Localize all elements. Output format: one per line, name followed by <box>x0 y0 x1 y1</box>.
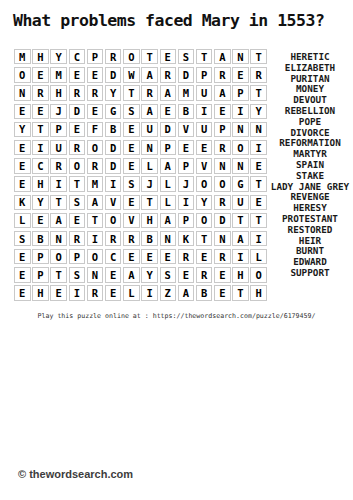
grid-cell: R <box>105 231 122 246</box>
grid-cell: E <box>123 140 140 155</box>
grid-cell: U <box>196 85 213 100</box>
grid-cell: U <box>141 122 158 137</box>
grid-cell: C <box>32 158 49 173</box>
grid-cell: I <box>196 104 213 119</box>
grid-cell: N <box>214 158 231 173</box>
grid-cell: E <box>87 104 104 119</box>
grid-cell: P <box>178 158 195 173</box>
word-list-item: LADY JANE GREY <box>271 182 349 191</box>
grid-cell: O <box>196 213 213 228</box>
word-list-item: BURNT <box>296 246 324 255</box>
grid-cell: E <box>160 249 177 264</box>
grid-cell: N <box>14 85 31 100</box>
grid-cell: Y <box>14 122 31 137</box>
grid-cell: A <box>214 49 231 64</box>
grid-cell: E <box>69 213 86 228</box>
grid-cell: L <box>14 213 31 228</box>
grid-cell: E <box>160 104 177 119</box>
word-list-item: HEIR <box>299 236 321 245</box>
grid-cell: U <box>196 122 213 137</box>
grid-cell: R <box>87 85 104 100</box>
grid-cell: E <box>214 104 231 119</box>
grid-cell: L <box>250 249 267 264</box>
grid-cell: Y <box>105 85 122 100</box>
grid-cell: L <box>160 176 177 191</box>
grid-cell: Y <box>141 267 158 282</box>
grid-cell: I <box>232 104 249 119</box>
grid-cell: H <box>50 85 67 100</box>
word-list-item: SPAIN <box>296 160 324 169</box>
grid-cell: R <box>87 285 104 300</box>
grid-cell: S <box>69 195 86 210</box>
grid-cell: R <box>123 231 140 246</box>
grid-cell: E <box>14 158 31 173</box>
grid-cell: E <box>14 176 31 191</box>
grid-cell: R <box>178 249 195 264</box>
grid-cell: O <box>105 213 122 228</box>
grid-cell: B <box>105 122 122 137</box>
grid-cell: A <box>123 267 140 282</box>
grid-cell: S <box>178 49 195 64</box>
grid-cell: B <box>141 231 158 246</box>
grid-cell: Y <box>196 195 213 210</box>
grid-cell: Y <box>250 104 267 119</box>
grid-cell: M <box>87 176 104 191</box>
grid-cell: E <box>69 122 86 137</box>
grid-cell: E <box>50 285 67 300</box>
grid-cell: O <box>214 176 231 191</box>
grid-cell: T <box>196 231 213 246</box>
grid-cell: R <box>214 195 231 210</box>
grid-cell: T <box>196 49 213 64</box>
grid-cell: P <box>69 249 86 264</box>
grid-cell: O <box>232 140 249 155</box>
word-list-item: REFORMATION <box>279 138 341 147</box>
grid-cell: V <box>178 122 195 137</box>
grid-cell: D <box>160 122 177 137</box>
grid-cell: N <box>50 231 67 246</box>
grid-cell: S <box>14 231 31 246</box>
grid-cell: O <box>14 67 31 82</box>
grid-cell: P <box>178 213 195 228</box>
grid-cell: N <box>232 158 249 173</box>
grid-cell: B <box>196 285 213 300</box>
grid-cell: V <box>196 158 213 173</box>
word-list-item: ELIZABETH <box>285 63 335 72</box>
word-list-item: STAKE <box>296 171 324 180</box>
word-list-item: REVENGE <box>290 192 329 201</box>
grid-cell: D <box>214 213 231 228</box>
grid-cell: O <box>69 158 86 173</box>
grid-cell: S <box>123 104 140 119</box>
grid-cell: E <box>214 285 231 300</box>
grid-cell: C <box>69 49 86 64</box>
word-search-page: What problems faced Mary in 1553? MHYCPR… <box>0 0 353 500</box>
grid-cell: E <box>196 249 213 264</box>
play-online-url[interactable]: Play this puzzle online at : https://the… <box>0 312 353 320</box>
grid-cell: O <box>250 267 267 282</box>
copyright-text: © thewordsearch.com <box>18 468 133 480</box>
grid-cell: H <box>250 285 267 300</box>
grid-cell: R <box>105 49 122 64</box>
grid-cell: G <box>232 176 249 191</box>
word-list-item: PURITAN <box>290 74 329 83</box>
grid-cell: R <box>50 158 67 173</box>
grid-cell: L <box>160 195 177 210</box>
grid-cell: T <box>50 195 67 210</box>
grid-cell: T <box>50 267 67 282</box>
grid-cell: O <box>87 249 104 264</box>
word-list-item: MONEY <box>296 84 324 93</box>
grid-cell: S <box>69 267 86 282</box>
grid-cell: I <box>232 249 249 264</box>
grid-cell: T <box>141 49 158 64</box>
grid-cell: T <box>232 285 249 300</box>
grid-cell: E <box>196 140 213 155</box>
grid-cell: F <box>87 122 104 137</box>
grid-cell: A <box>160 158 177 173</box>
word-list-item: MARTYR <box>293 149 327 158</box>
grid-cell: A <box>141 104 158 119</box>
grid-cell: N <box>250 122 267 137</box>
grid-cell: I <box>50 176 67 191</box>
grid-cell: R <box>250 67 267 82</box>
word-list-item: RESTORED <box>288 225 333 234</box>
grid-cell: G <box>105 104 122 119</box>
grid-cell: E <box>178 140 195 155</box>
grid-cell: L <box>123 285 140 300</box>
grid-cell: E <box>87 67 104 82</box>
grid-cell: L <box>141 158 158 173</box>
grid-cell: I <box>141 285 158 300</box>
grid-cell: A <box>50 213 67 228</box>
grid-cell: T <box>32 122 49 137</box>
puzzle-title: What problems faced Mary in 1553? <box>13 11 324 30</box>
word-list-item: HERESY <box>293 203 327 212</box>
grid-cell: I <box>178 195 195 210</box>
grid-cell: E <box>14 104 31 119</box>
grid-cell: T <box>123 85 140 100</box>
grid-cell: R <box>69 140 86 155</box>
word-list-item: PROTESTANT <box>282 214 338 223</box>
grid-cell: E <box>232 67 249 82</box>
word-list-item: HERETIC <box>290 52 329 61</box>
grid-cell: T <box>232 213 249 228</box>
grid-cell: E <box>250 195 267 210</box>
grid-cell: E <box>69 67 86 82</box>
grid-cell: R <box>32 85 49 100</box>
grid-cell: M <box>178 85 195 100</box>
grid-cell: E <box>123 158 140 173</box>
grid-cell: J <box>141 176 158 191</box>
grid-cell: A <box>141 67 158 82</box>
word-list-item: REBELLION <box>285 106 335 115</box>
grid-cell: I <box>32 140 49 155</box>
grid-cell: I <box>105 176 122 191</box>
grid-cell: P <box>214 122 231 137</box>
grid-cell: P <box>87 49 104 64</box>
grid-cell: J <box>178 176 195 191</box>
grid-cell: R <box>141 85 158 100</box>
grid-cell: E <box>14 140 31 155</box>
grid-cell: R <box>160 67 177 82</box>
grid-cell: S <box>123 176 140 191</box>
grid-cell: P <box>160 140 177 155</box>
grid-cell: P <box>232 85 249 100</box>
grid-cell: E <box>123 195 140 210</box>
grid-cell: T <box>250 176 267 191</box>
grid-cell: K <box>14 195 31 210</box>
grid-cell: E <box>141 249 158 264</box>
grid-cell: N <box>87 267 104 282</box>
grid-cell: A <box>160 85 177 100</box>
word-list-item: DEVOUT <box>293 95 327 104</box>
grid-cell: A <box>232 231 249 246</box>
grid-cell: R <box>69 85 86 100</box>
grid-cell: H <box>32 49 49 64</box>
grid-cell: P <box>32 249 49 264</box>
grid-cell: T <box>87 213 104 228</box>
grid-cell: A <box>87 195 104 210</box>
grid-cell: M <box>50 67 67 82</box>
grid-cell: V <box>105 195 122 210</box>
grid-cell: H <box>232 267 249 282</box>
grid-cell: A <box>160 213 177 228</box>
grid-cell: E <box>178 267 195 282</box>
grid-cell: R <box>69 231 86 246</box>
grid-cell: R <box>214 67 231 82</box>
grid-cell: A <box>214 85 231 100</box>
grid-cell: J <box>50 104 67 119</box>
grid-cell: E <box>14 249 31 264</box>
grid-cell: T <box>69 176 86 191</box>
grid-cell: B <box>178 104 195 119</box>
word-search-grid: MHYCPROTESTANTOEMEEDWARDPRERNRHRRYTRAMUA… <box>14 49 267 301</box>
grid-cell: E <box>105 285 122 300</box>
grid-cell: U <box>232 195 249 210</box>
grid-cell: E <box>32 67 49 82</box>
grid-cell: D <box>69 104 86 119</box>
grid-cell: E <box>105 267 122 282</box>
grid-cell: I <box>250 231 267 246</box>
grid-cell: P <box>32 267 49 282</box>
word-list-item: POPE <box>299 117 321 126</box>
grid-cell: E <box>123 249 140 264</box>
grid-cell: V <box>123 213 140 228</box>
grid-cell: U <box>50 140 67 155</box>
word-list-item: DIVORCE <box>290 128 329 137</box>
grid-cell: R <box>214 249 231 264</box>
grid-cell: O <box>123 49 140 64</box>
grid-cell: Y <box>50 49 67 64</box>
grid-cell: E <box>214 267 231 282</box>
grid-cell: I <box>87 231 104 246</box>
grid-cell: H <box>141 213 158 228</box>
grid-cell: E <box>160 49 177 64</box>
grid-cell: I <box>69 285 86 300</box>
word-list-item: EDWARD <box>293 257 327 266</box>
grid-cell: D <box>105 140 122 155</box>
grid-cell: R <box>87 158 104 173</box>
grid-cell: P <box>50 122 67 137</box>
grid-cell: E <box>32 104 49 119</box>
grid-cell: T <box>141 195 158 210</box>
grid-cell: E <box>250 158 267 173</box>
grid-cell: O <box>50 249 67 264</box>
grid-cell: H <box>32 176 49 191</box>
grid-cell: N <box>141 140 158 155</box>
grid-cell: E <box>32 213 49 228</box>
grid-cell: D <box>178 67 195 82</box>
grid-cell: C <box>105 249 122 264</box>
grid-cell: O <box>196 176 213 191</box>
word-list-item: SUPPORT <box>290 268 329 277</box>
grid-cell: O <box>87 140 104 155</box>
grid-cell: E <box>14 285 31 300</box>
grid-cell: D <box>105 67 122 82</box>
grid-cell: E <box>123 122 140 137</box>
grid-cell: K <box>178 231 195 246</box>
grid-cell: T <box>250 85 267 100</box>
grid-cell: W <box>123 67 140 82</box>
grid-cell: S <box>160 267 177 282</box>
grid-cell: P <box>196 67 213 82</box>
grid-cell: A <box>178 285 195 300</box>
grid-cell: B <box>32 231 49 246</box>
grid-cell: D <box>105 158 122 173</box>
grid-cell: E <box>14 267 31 282</box>
grid-cell: T <box>250 213 267 228</box>
grid-cell: H <box>32 285 49 300</box>
word-list: HERETICELIZABETHPURITANMONEYDEVOUTREBELL… <box>267 52 353 277</box>
grid-cell: N <box>160 231 177 246</box>
grid-cell: N <box>232 49 249 64</box>
grid-cell: R <box>214 140 231 155</box>
grid-cell: M <box>14 49 31 64</box>
grid-cell: T <box>250 49 267 64</box>
grid-cell: N <box>232 122 249 137</box>
grid-cell: I <box>250 140 267 155</box>
grid-cell: Y <box>32 195 49 210</box>
grid-cell: N <box>214 231 231 246</box>
grid-cell: Z <box>160 285 177 300</box>
grid-cell: R <box>196 267 213 282</box>
